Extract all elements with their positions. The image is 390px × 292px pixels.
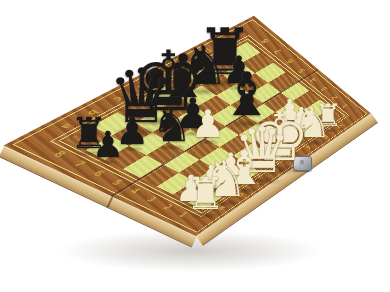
pieces-layer: ♜♛♚♝♞♜♟♟♟♞♟♝♜♞♝♛♚♞♜♟♟♟♟♟♟♟	[0, 0, 390, 292]
piece-black-pawn[interactable]: ♟	[78, 127, 138, 163]
piece-white-rook[interactable]: ♜	[176, 172, 236, 216]
piece-shadow	[95, 159, 121, 165]
white-rook-icon: ♜	[176, 172, 236, 216]
black-pawn-icon: ♟	[78, 127, 138, 163]
piece-shadow	[190, 212, 222, 219]
chess-set-photo: chess 88aa77bb66cc55dd44ee33ff22gg11hh ♜…	[0, 0, 390, 292]
